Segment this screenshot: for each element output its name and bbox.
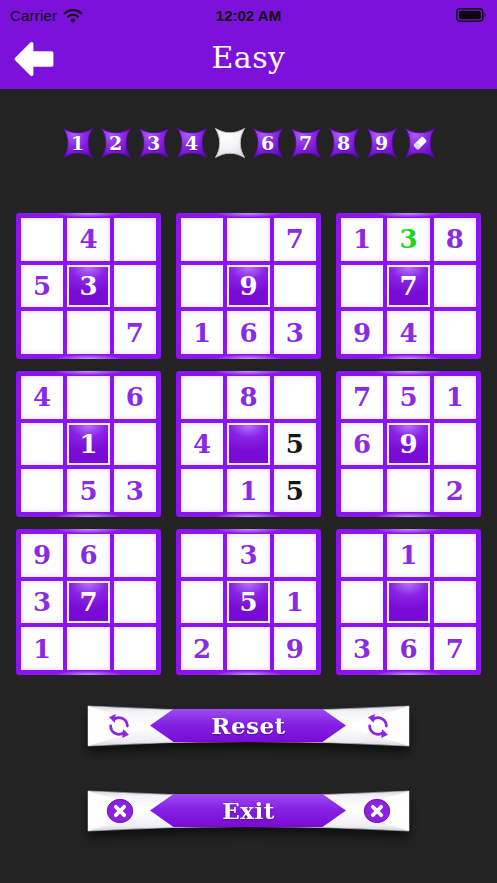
cell-r3c5[interactable]: 6: [227, 311, 269, 354]
cell-r9c4[interactable]: 2: [181, 627, 223, 670]
cell-r7c4[interactable]: [181, 534, 223, 577]
cell-r4c6[interactable]: [274, 376, 316, 419]
cell-r4c4[interactable]: [181, 376, 223, 419]
cell-r7c9[interactable]: [434, 534, 476, 577]
numpad-button-8[interactable]: 8: [328, 127, 360, 159]
cell-r8c9[interactable]: [434, 581, 476, 624]
reset-button[interactable]: Reset: [86, 702, 411, 750]
cell-r9c7[interactable]: 3: [341, 627, 383, 670]
cell-r4c5[interactable]: 8: [227, 376, 269, 419]
cell-r2c8[interactable]: 7: [387, 265, 429, 308]
cell-r2c3[interactable]: [114, 265, 156, 308]
cell-r8c2[interactable]: 7: [67, 581, 109, 624]
cell-r6c9[interactable]: 2: [434, 469, 476, 512]
cell-r8c4[interactable]: [181, 581, 223, 624]
cell-r2c9[interactable]: [434, 265, 476, 308]
cell-r7c1[interactable]: 9: [21, 534, 63, 577]
cell-r5c4[interactable]: 4: [181, 423, 223, 466]
status-bar: Carrier 12:02 AM: [0, 0, 497, 30]
cell-r3c9[interactable]: [434, 311, 476, 354]
cell-r5c8[interactable]: 9: [387, 423, 429, 466]
eraser-icon: [412, 135, 428, 151]
cell-r6c8[interactable]: [387, 469, 429, 512]
sudoku-box-8: 35129: [176, 529, 321, 675]
cell-r1c9[interactable]: 8: [434, 218, 476, 261]
cell-r2c1[interactable]: 5: [21, 265, 63, 308]
cell-r3c2[interactable]: [67, 311, 109, 354]
numpad-button-2[interactable]: 2: [100, 127, 132, 159]
cell-r5c6[interactable]: 5: [274, 423, 316, 466]
numpad: 12346789: [0, 127, 497, 159]
numpad-button-9[interactable]: 9: [366, 127, 398, 159]
numpad-button-1[interactable]: 1: [62, 127, 94, 159]
cell-r8c7[interactable]: [341, 581, 383, 624]
exit-label: Exit: [86, 787, 411, 835]
cell-r1c6[interactable]: 7: [274, 218, 316, 261]
cell-r7c5[interactable]: 3: [227, 534, 269, 577]
back-arrow-icon: [14, 41, 54, 77]
cell-r5c1[interactable]: [21, 423, 63, 466]
cell-r6c4[interactable]: [181, 469, 223, 512]
cell-r3c1[interactable]: [21, 311, 63, 354]
back-button[interactable]: [14, 41, 54, 77]
cell-r3c3[interactable]: 7: [114, 311, 156, 354]
cell-r4c7[interactable]: 7: [341, 376, 383, 419]
numpad-button-4[interactable]: 4: [176, 127, 208, 159]
cell-r5c2[interactable]: 1: [67, 423, 109, 466]
cell-r2c7[interactable]: [341, 265, 383, 308]
cell-r2c4[interactable]: [181, 265, 223, 308]
sudoku-box-3: 138794: [336, 213, 481, 359]
cell-r7c6[interactable]: [274, 534, 316, 577]
page-title: Easy: [211, 40, 285, 79]
cell-r6c5[interactable]: 1: [227, 469, 269, 512]
numpad-button-5[interactable]: [214, 127, 246, 159]
cell-r6c1[interactable]: [21, 469, 63, 512]
cell-r7c7[interactable]: [341, 534, 383, 577]
cell-r1c1[interactable]: [21, 218, 63, 261]
cell-r3c8[interactable]: 4: [387, 311, 429, 354]
cell-r8c6[interactable]: 1: [274, 581, 316, 624]
battery-icon: [456, 8, 487, 22]
eraser-button[interactable]: [404, 127, 436, 159]
numpad-button-7[interactable]: 7: [290, 127, 322, 159]
cell-r2c5[interactable]: 9: [227, 265, 269, 308]
cell-r6c6[interactable]: 5: [274, 469, 316, 512]
cell-r1c7[interactable]: 1: [341, 218, 383, 261]
cell-r4c2[interactable]: [67, 376, 109, 419]
cell-r3c7[interactable]: 9: [341, 311, 383, 354]
cell-r6c3[interactable]: 3: [114, 469, 156, 512]
cell-r5c7[interactable]: 6: [341, 423, 383, 466]
cell-r8c8[interactable]: [387, 581, 429, 624]
numpad-button-6[interactable]: 6: [252, 127, 284, 159]
status-time: 12:02 AM: [0, 7, 497, 24]
sudoku-box-9: 1367: [336, 529, 481, 675]
sudoku-box-4: 46153: [16, 371, 161, 517]
reset-label: Reset: [86, 702, 411, 750]
cell-r2c6[interactable]: [274, 265, 316, 308]
cell-r6c2[interactable]: 5: [67, 469, 109, 512]
cell-r8c3[interactable]: [114, 581, 156, 624]
cell-r3c6[interactable]: 3: [274, 311, 316, 354]
sudoku-box-5: 84515: [176, 371, 321, 517]
cell-r4c1[interactable]: 4: [21, 376, 63, 419]
exit-button[interactable]: Exit: [86, 787, 411, 835]
sudoku-box-1: 4537: [16, 213, 161, 359]
cell-r4c8[interactable]: 5: [387, 376, 429, 419]
cell-r1c2[interactable]: 4: [67, 218, 109, 261]
app-screen: Carrier 12:02 AM Easy: [0, 0, 497, 883]
cell-r1c8[interactable]: 3: [387, 218, 429, 261]
cell-r7c3[interactable]: [114, 534, 156, 577]
sudoku-board: 4537791631387944615384515751692963713512…: [16, 213, 481, 675]
cell-r5c9[interactable]: [434, 423, 476, 466]
cell-r4c9[interactable]: 1: [434, 376, 476, 419]
cell-r5c5[interactable]: [227, 423, 269, 466]
cell-r9c3[interactable]: [114, 627, 156, 670]
cell-r1c3[interactable]: [114, 218, 156, 261]
cell-r8c5[interactable]: 5: [227, 581, 269, 624]
sudoku-box-2: 79163: [176, 213, 321, 359]
cell-r9c5[interactable]: [227, 627, 269, 670]
cell-r4c3[interactable]: 6: [114, 376, 156, 419]
cell-r2c2[interactable]: 3: [67, 265, 109, 308]
numpad-button-3[interactable]: 3: [138, 127, 170, 159]
cell-r7c8[interactable]: 1: [387, 534, 429, 577]
cell-r6c7[interactable]: [341, 469, 383, 512]
cell-r9c6[interactable]: 9: [274, 627, 316, 670]
cell-r8c1[interactable]: 3: [21, 581, 63, 624]
cell-r9c9[interactable]: 7: [434, 627, 476, 670]
cell-r5c3[interactable]: [114, 423, 156, 466]
cell-r9c1[interactable]: 1: [21, 627, 63, 670]
cell-r9c8[interactable]: 6: [387, 627, 429, 670]
cell-r9c2[interactable]: [67, 627, 109, 670]
cell-r1c5[interactable]: [227, 218, 269, 261]
nav-bar: Easy: [0, 30, 497, 89]
cell-r1c4[interactable]: [181, 218, 223, 261]
sudoku-box-6: 751692: [336, 371, 481, 517]
cell-r3c4[interactable]: 1: [181, 311, 223, 354]
cell-r7c2[interactable]: 6: [67, 534, 109, 577]
sudoku-box-7: 96371: [16, 529, 161, 675]
